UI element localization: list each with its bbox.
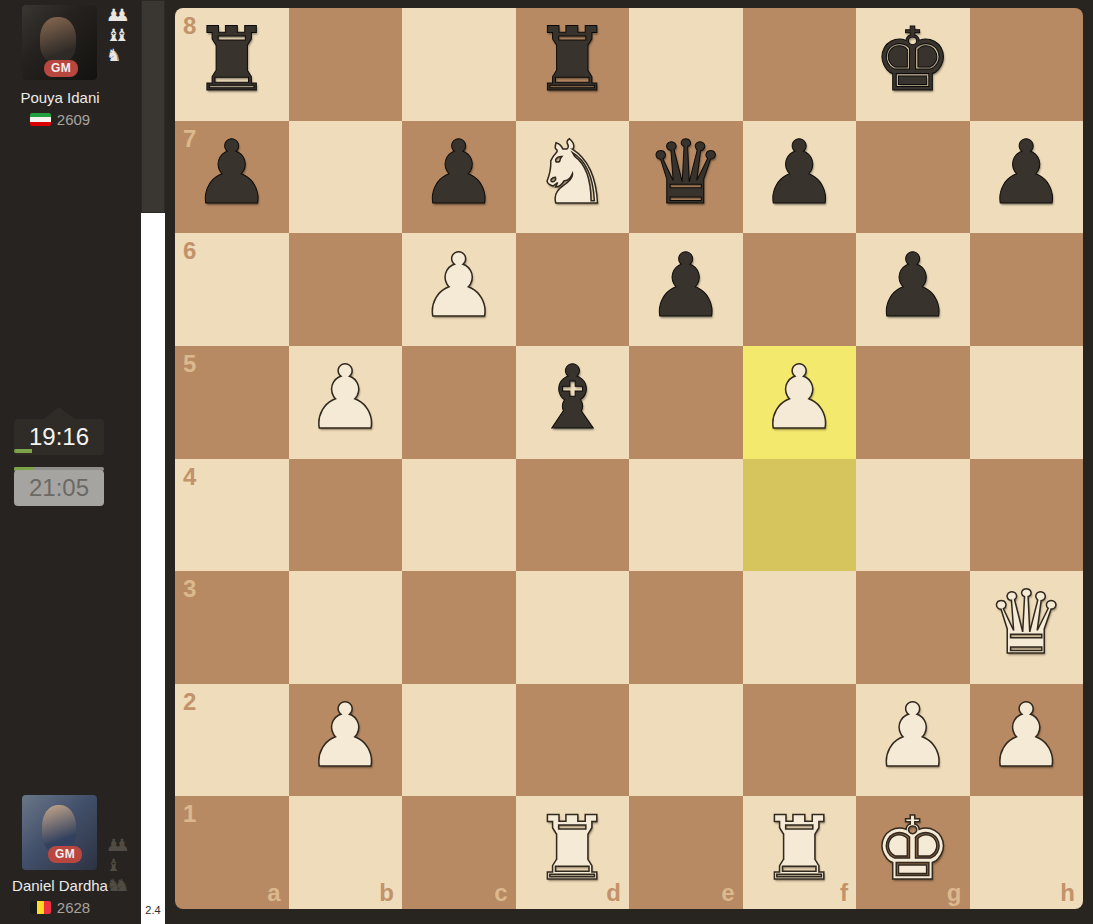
square-c4[interactable] — [402, 459, 516, 572]
piece-wK-g1[interactable]: ♚ — [873, 805, 952, 893]
square-d1[interactable]: d♜ — [516, 796, 630, 909]
square-g2[interactable]: ♟ — [856, 684, 970, 797]
square-d5[interactable]: ♝ — [516, 346, 630, 459]
rank-label-1: 1 — [183, 800, 196, 828]
square-h4[interactable] — [970, 459, 1084, 572]
square-h8[interactable] — [970, 8, 1084, 121]
square-b4[interactable] — [289, 459, 403, 572]
square-a3[interactable]: 3 — [175, 571, 289, 684]
square-d4[interactable] — [516, 459, 630, 572]
piece-bP-e6[interactable]: ♟ — [646, 242, 725, 330]
square-g6[interactable]: ♟ — [856, 233, 970, 346]
piece-bR-d8[interactable]: ♜ — [533, 16, 612, 104]
piece-bP-f7[interactable]: ♟ — [760, 129, 839, 217]
piece-bB-d5[interactable]: ♝ — [533, 354, 612, 442]
square-a5[interactable]: 5 — [175, 346, 289, 459]
square-c6[interactable]: ♟ — [402, 233, 516, 346]
piece-wP-b5[interactable]: ♟ — [306, 354, 385, 442]
square-b6[interactable] — [289, 233, 403, 346]
square-a4[interactable]: 4 — [175, 459, 289, 572]
square-b2[interactable]: ♟ — [289, 684, 403, 797]
rank-label-8: 8 — [183, 12, 196, 40]
square-g4[interactable] — [856, 459, 970, 572]
file-label-d: d — [606, 879, 621, 907]
piece-wP-g2[interactable]: ♟ — [873, 692, 952, 780]
evaluation-value: 2.4 — [141, 904, 165, 916]
square-b1[interactable]: b — [289, 796, 403, 909]
square-a6[interactable]: 6 — [175, 233, 289, 346]
player-top-rating: 2609 — [57, 111, 90, 128]
square-e5[interactable] — [629, 346, 743, 459]
file-label-b: b — [379, 879, 394, 907]
square-e1[interactable]: e — [629, 796, 743, 909]
square-b5[interactable]: ♟ — [289, 346, 403, 459]
captured-b-x2-icon: ♝♝ — [106, 26, 136, 45]
square-f2[interactable] — [743, 684, 857, 797]
piece-bP-a7[interactable]: ♟ — [192, 129, 271, 217]
piece-bQ-e7[interactable]: ♛ — [646, 129, 725, 217]
file-label-a: a — [267, 879, 280, 907]
square-b3[interactable] — [289, 571, 403, 684]
piece-wP-b2[interactable]: ♟ — [306, 692, 385, 780]
piece-wR-f1[interactable]: ♜ — [760, 805, 839, 893]
captured-p-x2-icon: ♟♟ — [106, 6, 136, 25]
square-d8[interactable]: ♜ — [516, 8, 630, 121]
square-f8[interactable] — [743, 8, 857, 121]
rank-label-4: 4 — [183, 463, 196, 491]
players-sidebar: GM ♟♟♝♝♞ Pouya Idani 2609 19:16 21:05 GM… — [0, 0, 141, 924]
piece-wR-d1[interactable]: ♜ — [533, 805, 612, 893]
clock-top-progress — [14, 449, 104, 453]
square-e7[interactable]: ♛ — [629, 121, 743, 234]
captured-b-x1-icon: ♝ — [106, 856, 136, 875]
piece-bK-g8[interactable]: ♚ — [873, 16, 952, 104]
square-h2[interactable]: ♟ — [970, 684, 1084, 797]
square-c3[interactable] — [402, 571, 516, 684]
evaluation-bar-black-part — [141, 0, 165, 213]
square-g1[interactable]: g♚ — [856, 796, 970, 909]
square-h1[interactable]: h — [970, 796, 1084, 909]
square-g3[interactable] — [856, 571, 970, 684]
piece-wP-h2[interactable]: ♟ — [987, 692, 1066, 780]
captured-n-x1-icon: ♞ — [106, 46, 136, 65]
square-c5[interactable] — [402, 346, 516, 459]
square-f3[interactable] — [743, 571, 857, 684]
square-h5[interactable] — [970, 346, 1084, 459]
square-c1[interactable]: c — [402, 796, 516, 909]
piece-bP-c7[interactable]: ♟ — [419, 129, 498, 217]
rank-label-6: 6 — [183, 237, 196, 265]
player-bottom-name: Daniel Dardha — [0, 877, 120, 894]
square-c8[interactable] — [402, 8, 516, 121]
square-h6[interactable] — [970, 233, 1084, 346]
file-label-e: e — [721, 879, 734, 907]
piece-wP-f5[interactable]: ♟ — [760, 354, 839, 442]
square-f6[interactable] — [743, 233, 857, 346]
square-e2[interactable] — [629, 684, 743, 797]
player-bottom-title-badge: GM — [48, 846, 82, 863]
player-top-title-badge: GM — [44, 60, 78, 77]
rank-label-3: 3 — [183, 575, 196, 603]
piece-bP-g6[interactable]: ♟ — [873, 242, 952, 330]
chess-board[interactable]: 8♜♜♚7♟♟♞♛♟♟6♟♟♟5♟♝♟43♛2♟♟♟1abcd♜ef♜g♚h — [175, 8, 1083, 909]
captured-p-x2-icon: ♟♟ — [106, 836, 136, 855]
square-e3[interactable] — [629, 571, 743, 684]
rank-label-7: 7 — [183, 125, 196, 153]
square-h7[interactable]: ♟ — [970, 121, 1084, 234]
player-bottom-rating: 2628 — [57, 899, 90, 916]
square-f5[interactable]: ♟ — [743, 346, 857, 459]
piece-wP-c6[interactable]: ♟ — [419, 242, 498, 330]
square-b7[interactable] — [289, 121, 403, 234]
piece-wN-d7[interactable]: ♞ — [533, 129, 612, 217]
file-label-h: h — [1060, 879, 1075, 907]
square-d7[interactable]: ♞ — [516, 121, 630, 234]
square-e8[interactable] — [629, 8, 743, 121]
player-top-name: Pouya Idani — [0, 89, 120, 106]
square-f4[interactable] — [743, 459, 857, 572]
square-f1[interactable]: f♜ — [743, 796, 857, 909]
square-a2[interactable]: 2 — [175, 684, 289, 797]
square-d2[interactable] — [516, 684, 630, 797]
rank-label-5: 5 — [183, 350, 196, 378]
square-a7[interactable]: 7♟ — [175, 121, 289, 234]
file-label-g: g — [947, 879, 962, 907]
square-d6[interactable] — [516, 233, 630, 346]
square-b8[interactable] — [289, 8, 403, 121]
file-label-c: c — [494, 879, 507, 907]
square-e4[interactable] — [629, 459, 743, 572]
piece-bP-h7[interactable]: ♟ — [987, 129, 1066, 217]
rank-label-2: 2 — [183, 688, 196, 716]
square-g7[interactable] — [856, 121, 970, 234]
square-h3[interactable]: ♛ — [970, 571, 1084, 684]
square-d3[interactable] — [516, 571, 630, 684]
evaluation-bar: 2.4 — [141, 0, 165, 924]
file-label-f: f — [840, 879, 848, 907]
square-a8[interactable]: 8♜ — [175, 8, 289, 121]
square-e6[interactable]: ♟ — [629, 233, 743, 346]
iran-flag-icon — [30, 113, 51, 126]
belgium-flag-icon — [30, 901, 51, 914]
piece-wQ-h3[interactable]: ♛ — [987, 579, 1066, 667]
square-a1[interactable]: 1a — [175, 796, 289, 909]
square-g5[interactable] — [856, 346, 970, 459]
square-g8[interactable]: ♚ — [856, 8, 970, 121]
square-f7[interactable]: ♟ — [743, 121, 857, 234]
captured-pieces-top: ♟♟♝♝♞ — [106, 6, 136, 65]
clock-bottom: 21:05 — [14, 470, 104, 506]
square-c7[interactable]: ♟ — [402, 121, 516, 234]
square-c2[interactable] — [402, 684, 516, 797]
piece-bR-a8[interactable]: ♜ — [192, 16, 271, 104]
